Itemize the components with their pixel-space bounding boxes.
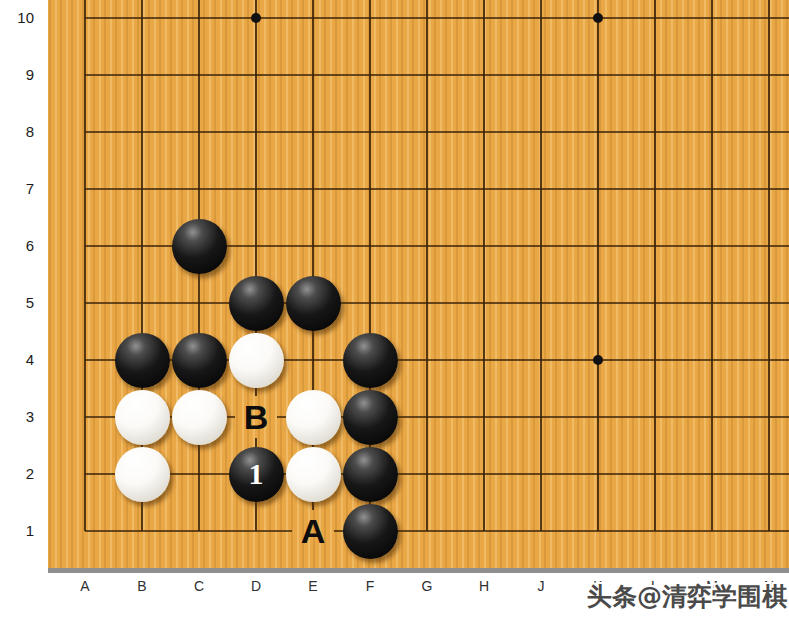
board-point-N3[interactable] bbox=[741, 389, 789, 446]
board-point-J6[interactable] bbox=[513, 218, 570, 275]
row-label-10: 10 bbox=[0, 8, 34, 28]
board-point-C6[interactable] bbox=[171, 218, 228, 275]
move-number: 1 bbox=[249, 459, 264, 489]
board-point-H2[interactable] bbox=[456, 446, 513, 503]
board-point-B4[interactable] bbox=[114, 332, 171, 389]
column-label-G: G bbox=[412, 578, 442, 594]
board-point-E7[interactable] bbox=[285, 161, 342, 218]
board-point-C7[interactable] bbox=[171, 161, 228, 218]
row-label-5: 5 bbox=[0, 293, 34, 313]
board-point-F5[interactable] bbox=[342, 275, 399, 332]
black-stone[interactable] bbox=[343, 390, 398, 445]
board-point-B6[interactable] bbox=[114, 218, 171, 275]
board-point-G10[interactable] bbox=[399, 0, 456, 47]
board-point-K8[interactable] bbox=[570, 104, 627, 161]
board-point-D9[interactable] bbox=[228, 47, 285, 104]
row-label-2: 2 bbox=[0, 464, 34, 484]
board-point-K1[interactable] bbox=[570, 503, 627, 560]
row-label-1: 1 bbox=[0, 521, 34, 541]
board-point-L6[interactable] bbox=[627, 218, 684, 275]
black-stone[interactable]: 1 bbox=[229, 447, 284, 502]
board-point-M8[interactable] bbox=[684, 104, 741, 161]
board-point-N2[interactable] bbox=[741, 446, 789, 503]
board-point-H9[interactable] bbox=[456, 47, 513, 104]
board-point-C8[interactable] bbox=[171, 104, 228, 161]
black-stone[interactable] bbox=[229, 276, 284, 331]
board-point-C9[interactable] bbox=[171, 47, 228, 104]
board-point-F3[interactable] bbox=[342, 389, 399, 446]
board-point-J4[interactable] bbox=[513, 332, 570, 389]
board-point-E4[interactable] bbox=[285, 332, 342, 389]
board-point-H1[interactable] bbox=[456, 503, 513, 560]
board-point-K9[interactable] bbox=[570, 47, 627, 104]
black-stone[interactable] bbox=[172, 219, 227, 274]
board-point-D8[interactable] bbox=[228, 104, 285, 161]
board-point-N4[interactable] bbox=[741, 332, 789, 389]
white-stone[interactable] bbox=[229, 333, 284, 388]
watermark-text: 头条@清弈学围棋 bbox=[587, 580, 787, 613]
row-label-7: 7 bbox=[0, 179, 34, 199]
board-point-J7[interactable] bbox=[513, 161, 570, 218]
board-point-E9[interactable] bbox=[285, 47, 342, 104]
black-stone[interactable] bbox=[172, 333, 227, 388]
board-point-M9[interactable] bbox=[684, 47, 741, 104]
board-point-F10[interactable] bbox=[342, 0, 399, 47]
board-point-A7[interactable] bbox=[57, 161, 114, 218]
board-point-L9[interactable] bbox=[627, 47, 684, 104]
board-point-A6[interactable] bbox=[57, 218, 114, 275]
board-point-M1[interactable] bbox=[684, 503, 741, 560]
board-point-J3[interactable] bbox=[513, 389, 570, 446]
white-stone[interactable] bbox=[172, 390, 227, 445]
board-point-G2[interactable] bbox=[399, 446, 456, 503]
board-point-L2[interactable] bbox=[627, 446, 684, 503]
column-label-E: E bbox=[298, 578, 328, 594]
board-point-L8[interactable] bbox=[627, 104, 684, 161]
board-point-D7[interactable] bbox=[228, 161, 285, 218]
board-point-A5[interactable] bbox=[57, 275, 114, 332]
board-point-D5[interactable] bbox=[228, 275, 285, 332]
board-point-B9[interactable] bbox=[114, 47, 171, 104]
board-point-N6[interactable] bbox=[741, 218, 789, 275]
board-point-N8[interactable] bbox=[741, 104, 789, 161]
board-point-J8[interactable] bbox=[513, 104, 570, 161]
board-point-G4[interactable] bbox=[399, 332, 456, 389]
board-point-D2[interactable]: 1 bbox=[228, 446, 285, 503]
board-point-K4[interactable] bbox=[570, 332, 627, 389]
board-point-C3[interactable] bbox=[171, 389, 228, 446]
board-point-G8[interactable] bbox=[399, 104, 456, 161]
white-stone[interactable] bbox=[286, 447, 341, 502]
column-label-F: F bbox=[355, 578, 385, 594]
board-point-A10[interactable] bbox=[57, 0, 114, 47]
board-point-H6[interactable] bbox=[456, 218, 513, 275]
board-point-C4[interactable] bbox=[171, 332, 228, 389]
board-point-A1[interactable] bbox=[57, 503, 114, 560]
board-point-J1[interactable] bbox=[513, 503, 570, 560]
board-point-D4[interactable] bbox=[228, 332, 285, 389]
board-point-K6[interactable] bbox=[570, 218, 627, 275]
go-board: B1A bbox=[48, 0, 789, 568]
board-point-K5[interactable] bbox=[570, 275, 627, 332]
board-point-G5[interactable] bbox=[399, 275, 456, 332]
board-point-L5[interactable] bbox=[627, 275, 684, 332]
board-point-E8[interactable] bbox=[285, 104, 342, 161]
board-point-B7[interactable] bbox=[114, 161, 171, 218]
board-point-G3[interactable] bbox=[399, 389, 456, 446]
white-stone[interactable] bbox=[115, 390, 170, 445]
board-point-J2[interactable] bbox=[513, 446, 570, 503]
board-point-M6[interactable] bbox=[684, 218, 741, 275]
board-point-B5[interactable] bbox=[114, 275, 171, 332]
column-label-C: C bbox=[184, 578, 214, 594]
black-stone[interactable] bbox=[343, 504, 398, 559]
board-point-G9[interactable] bbox=[399, 47, 456, 104]
board-point-F1[interactable] bbox=[342, 503, 399, 560]
board-point-A2[interactable] bbox=[57, 446, 114, 503]
board-point-B10[interactable] bbox=[114, 0, 171, 47]
board-point-M3[interactable] bbox=[684, 389, 741, 446]
board-point-H3[interactable] bbox=[456, 389, 513, 446]
board-point-L3[interactable] bbox=[627, 389, 684, 446]
row-label-8: 8 bbox=[0, 122, 34, 142]
black-stone[interactable] bbox=[286, 276, 341, 331]
board-point-A4[interactable] bbox=[57, 332, 114, 389]
board-point-F2[interactable] bbox=[342, 446, 399, 503]
row-label-6: 6 bbox=[0, 236, 34, 256]
board-point-K3[interactable] bbox=[570, 389, 627, 446]
row-label-3: 3 bbox=[0, 407, 34, 427]
column-label-D: D bbox=[241, 578, 271, 594]
board-point-B1[interactable] bbox=[114, 503, 171, 560]
board-point-G6[interactable] bbox=[399, 218, 456, 275]
board-point-H8[interactable] bbox=[456, 104, 513, 161]
column-label-A: A bbox=[70, 578, 100, 594]
board-point-K2[interactable] bbox=[570, 446, 627, 503]
column-label-H: H bbox=[469, 578, 499, 594]
column-label-B: B bbox=[127, 578, 157, 594]
column-label-J: J bbox=[526, 578, 556, 594]
point-label-B[interactable]: B bbox=[235, 396, 277, 438]
board-point-F8[interactable] bbox=[342, 104, 399, 161]
board-point-E2[interactable] bbox=[285, 446, 342, 503]
board-point-H5[interactable] bbox=[456, 275, 513, 332]
board-bottom-edge bbox=[48, 568, 789, 573]
board-point-F4[interactable] bbox=[342, 332, 399, 389]
board-point-N9[interactable] bbox=[741, 47, 789, 104]
board-point-J10[interactable] bbox=[513, 0, 570, 47]
board-intersections: B1A bbox=[57, 0, 789, 560]
board-point-F9[interactable] bbox=[342, 47, 399, 104]
board-point-C5[interactable] bbox=[171, 275, 228, 332]
board-point-L10[interactable] bbox=[627, 0, 684, 47]
board-point-H10[interactable] bbox=[456, 0, 513, 47]
board-point-M5[interactable] bbox=[684, 275, 741, 332]
board-point-E6[interactable] bbox=[285, 218, 342, 275]
board-point-H4[interactable] bbox=[456, 332, 513, 389]
board-point-N1[interactable] bbox=[741, 503, 789, 560]
board-point-F6[interactable] bbox=[342, 218, 399, 275]
board-point-C1[interactable] bbox=[171, 503, 228, 560]
board-point-C10[interactable] bbox=[171, 0, 228, 47]
board-point-N5[interactable] bbox=[741, 275, 789, 332]
board-point-D10[interactable] bbox=[228, 0, 285, 47]
board-point-M4[interactable] bbox=[684, 332, 741, 389]
board-point-L7[interactable] bbox=[627, 161, 684, 218]
black-stone[interactable] bbox=[115, 333, 170, 388]
board-point-M2[interactable] bbox=[684, 446, 741, 503]
board-point-D3[interactable]: B bbox=[228, 389, 285, 446]
board-point-C2[interactable] bbox=[171, 446, 228, 503]
board-point-B8[interactable] bbox=[114, 104, 171, 161]
board-point-K10[interactable] bbox=[570, 0, 627, 47]
board-point-D6[interactable] bbox=[228, 218, 285, 275]
board-point-E5[interactable] bbox=[285, 275, 342, 332]
board-point-A9[interactable] bbox=[57, 47, 114, 104]
board-point-M10[interactable] bbox=[684, 0, 741, 47]
black-stone[interactable] bbox=[343, 447, 398, 502]
board-point-J9[interactable] bbox=[513, 47, 570, 104]
board-point-N7[interactable] bbox=[741, 161, 789, 218]
board-point-K7[interactable] bbox=[570, 161, 627, 218]
board-point-A8[interactable] bbox=[57, 104, 114, 161]
go-diagram: B1A 10987654321 ABCDEFGHJKLMN 头条@清弈学围棋 bbox=[0, 0, 789, 621]
white-stone[interactable] bbox=[286, 390, 341, 445]
board-point-D1[interactable] bbox=[228, 503, 285, 560]
row-label-9: 9 bbox=[0, 65, 34, 85]
row-label-4: 4 bbox=[0, 350, 34, 370]
board-point-E1[interactable]: A bbox=[285, 503, 342, 560]
board-point-L4[interactable] bbox=[627, 332, 684, 389]
black-stone[interactable] bbox=[343, 333, 398, 388]
board-point-B3[interactable] bbox=[114, 389, 171, 446]
board-point-J5[interactable] bbox=[513, 275, 570, 332]
board-point-L1[interactable] bbox=[627, 503, 684, 560]
board-point-E3[interactable] bbox=[285, 389, 342, 446]
white-stone[interactable] bbox=[115, 447, 170, 502]
board-point-F7[interactable] bbox=[342, 161, 399, 218]
board-point-G7[interactable] bbox=[399, 161, 456, 218]
point-label-A[interactable]: A bbox=[292, 510, 334, 552]
board-point-H7[interactable] bbox=[456, 161, 513, 218]
board-point-G1[interactable] bbox=[399, 503, 456, 560]
board-point-N10[interactable] bbox=[741, 0, 789, 47]
board-point-B2[interactable] bbox=[114, 446, 171, 503]
board-point-A3[interactable] bbox=[57, 389, 114, 446]
board-point-M7[interactable] bbox=[684, 161, 741, 218]
board-point-E10[interactable] bbox=[285, 0, 342, 47]
